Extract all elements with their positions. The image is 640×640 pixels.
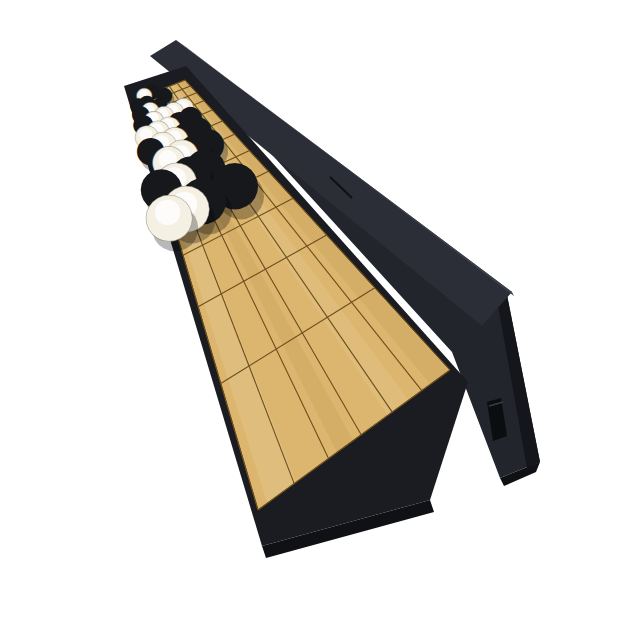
product-photo: ●●●●●●●●●●●●●●●●●●●●●●●●●●●●●●●●●●●●●●●●… — [0, 0, 640, 640]
stone-highlight: ● — [153, 190, 182, 229]
folding-go-board: ●●●●●●●●●●●●●●●●●●●●●●●●●●●●●●●●●●●●●●●●… — [0, 0, 640, 640]
